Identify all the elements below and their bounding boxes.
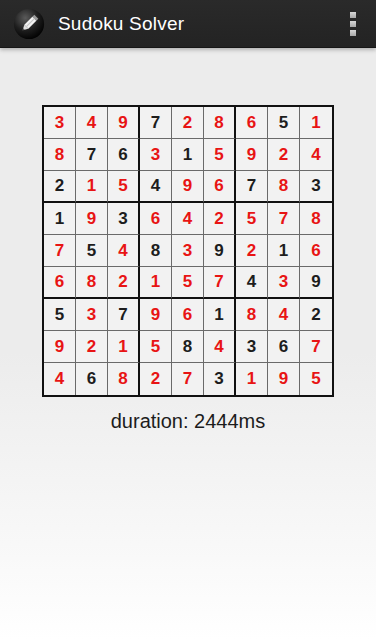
cell-r8c8[interactable]: 6: [268, 331, 300, 363]
cell-r5c1[interactable]: 7: [44, 235, 76, 267]
cell-r7c8[interactable]: 4: [268, 299, 300, 331]
cell-r8c3[interactable]: 1: [108, 331, 140, 363]
cell-r2c7[interactable]: 9: [236, 139, 268, 171]
cell-r9c8[interactable]: 9: [268, 363, 300, 395]
cell-r9c2[interactable]: 6: [76, 363, 108, 395]
cell-r9c5[interactable]: 7: [172, 363, 204, 395]
cell-r9c7[interactable]: 1: [236, 363, 268, 395]
cell-r9c3[interactable]: 8: [108, 363, 140, 395]
cell-r1c5[interactable]: 2: [172, 107, 204, 139]
cell-r7c3[interactable]: 7: [108, 299, 140, 331]
cell-r8c2[interactable]: 2: [76, 331, 108, 363]
cell-r5c5[interactable]: 3: [172, 235, 204, 267]
cell-r6c2[interactable]: 8: [76, 267, 108, 299]
cell-r1c3[interactable]: 9: [108, 107, 140, 139]
cell-r6c9[interactable]: 9: [300, 267, 332, 299]
app-pencil-icon: [12, 7, 46, 41]
cell-r6c8[interactable]: 3: [268, 267, 300, 299]
cell-r3c7[interactable]: 7: [236, 171, 268, 203]
cell-r3c4[interactable]: 4: [140, 171, 172, 203]
cell-r3c8[interactable]: 8: [268, 171, 300, 203]
cell-r2c3[interactable]: 6: [108, 139, 140, 171]
cell-r1c9[interactable]: 1: [300, 107, 332, 139]
cell-r9c4[interactable]: 2: [140, 363, 172, 395]
cell-r8c4[interactable]: 5: [140, 331, 172, 363]
cell-r5c4[interactable]: 8: [140, 235, 172, 267]
cell-r5c9[interactable]: 6: [300, 235, 332, 267]
cell-r3c5[interactable]: 9: [172, 171, 204, 203]
cell-r4c1[interactable]: 1: [44, 203, 76, 235]
cell-r4c6[interactable]: 2: [204, 203, 236, 235]
cell-r6c1[interactable]: 6: [44, 267, 76, 299]
cell-r8c1[interactable]: 9: [44, 331, 76, 363]
overflow-menu-icon[interactable]: [338, 4, 368, 44]
cell-r8c5[interactable]: 8: [172, 331, 204, 363]
cell-r1c8[interactable]: 5: [268, 107, 300, 139]
cell-r2c9[interactable]: 4: [300, 139, 332, 171]
cell-r6c5[interactable]: 5: [172, 267, 204, 299]
cell-r2c2[interactable]: 7: [76, 139, 108, 171]
cell-r9c1[interactable]: 4: [44, 363, 76, 395]
cell-r7c6[interactable]: 1: [204, 299, 236, 331]
cell-r1c2[interactable]: 4: [76, 107, 108, 139]
cell-r2c1[interactable]: 8: [44, 139, 76, 171]
cell-r4c5[interactable]: 4: [172, 203, 204, 235]
cell-r9c9[interactable]: 5: [300, 363, 332, 395]
cell-r1c4[interactable]: 7: [140, 107, 172, 139]
cell-r3c9[interactable]: 3: [300, 171, 332, 203]
cell-r7c1[interactable]: 5: [44, 299, 76, 331]
cell-r4c3[interactable]: 3: [108, 203, 140, 235]
cell-r4c7[interactable]: 5: [236, 203, 268, 235]
cell-r6c6[interactable]: 7: [204, 267, 236, 299]
cell-r9c6[interactable]: 3: [204, 363, 236, 395]
cell-r5c6[interactable]: 9: [204, 235, 236, 267]
cell-r5c2[interactable]: 5: [76, 235, 108, 267]
cell-r6c4[interactable]: 1: [140, 267, 172, 299]
cell-r8c9[interactable]: 7: [300, 331, 332, 363]
overflow-dot: [350, 12, 356, 18]
duration-text: duration: 2444ms: [0, 410, 376, 433]
cell-r3c2[interactable]: 1: [76, 171, 108, 203]
cell-r7c5[interactable]: 6: [172, 299, 204, 331]
board-wrapper: 3497286518763159242154967831936425787548…: [0, 105, 376, 397]
overflow-dot: [350, 21, 356, 27]
cell-r2c8[interactable]: 2: [268, 139, 300, 171]
action-bar: Sudoku Solver: [0, 0, 376, 48]
cell-r3c3[interactable]: 5: [108, 171, 140, 203]
cell-r3c6[interactable]: 6: [204, 171, 236, 203]
cell-r4c8[interactable]: 7: [268, 203, 300, 235]
cell-r5c7[interactable]: 2: [236, 235, 268, 267]
cell-r7c4[interactable]: 9: [140, 299, 172, 331]
cell-r5c3[interactable]: 4: [108, 235, 140, 267]
cell-r1c7[interactable]: 6: [236, 107, 268, 139]
cell-r2c6[interactable]: 5: [204, 139, 236, 171]
cell-r4c9[interactable]: 8: [300, 203, 332, 235]
cell-r2c5[interactable]: 1: [172, 139, 204, 171]
sudoku-grid: 3497286518763159242154967831936425787548…: [42, 105, 334, 397]
cell-r6c3[interactable]: 2: [108, 267, 140, 299]
cell-r7c9[interactable]: 2: [300, 299, 332, 331]
page-title: Sudoku Solver: [58, 13, 338, 35]
cell-r8c6[interactable]: 4: [204, 331, 236, 363]
cell-r8c7[interactable]: 3: [236, 331, 268, 363]
cell-r4c4[interactable]: 6: [140, 203, 172, 235]
cell-r1c1[interactable]: 3: [44, 107, 76, 139]
cell-r6c7[interactable]: 4: [236, 267, 268, 299]
cell-r3c1[interactable]: 2: [44, 171, 76, 203]
cell-r2c4[interactable]: 3: [140, 139, 172, 171]
cell-r7c7[interactable]: 8: [236, 299, 268, 331]
cell-r4c2[interactable]: 9: [76, 203, 108, 235]
cell-r1c6[interactable]: 8: [204, 107, 236, 139]
cell-r7c2[interactable]: 3: [76, 299, 108, 331]
overflow-dot: [350, 30, 356, 36]
cell-r5c8[interactable]: 1: [268, 235, 300, 267]
